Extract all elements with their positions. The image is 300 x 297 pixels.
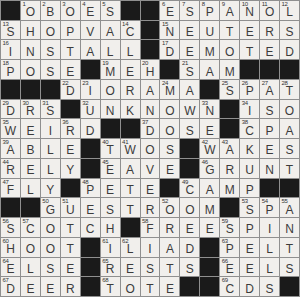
cell-r6c3[interactable]: 31S [41, 100, 60, 119]
cell-r9c2[interactable]: E [21, 159, 40, 178]
cell-r3c11[interactable]: M [200, 40, 219, 59]
cell-r6c8[interactable]: N [141, 100, 160, 119]
cell-letter: L [127, 243, 134, 255]
cell-r13c10[interactable]: D [180, 238, 199, 257]
black-cell-r7c12 [220, 119, 239, 138]
clue-number: 51 [62, 198, 68, 205]
cell-r12c8[interactable]: 58F [141, 218, 160, 237]
cell-r8c6[interactable]: 40T [101, 139, 120, 158]
cell-r4c11[interactable]: A [200, 60, 219, 79]
black-cell-r10c15 [280, 179, 299, 198]
cell-letter: M [205, 204, 215, 216]
cell-r5c6[interactable]: O [101, 80, 120, 99]
cell-r6c5[interactable]: 32U [81, 100, 100, 119]
cell-r6c11[interactable]: 33N [200, 100, 219, 119]
cell-r15c8[interactable]: T [141, 277, 160, 296]
cell-r7c4[interactable]: 36R [61, 119, 80, 138]
cell-r15c14[interactable]: S [260, 277, 279, 296]
clue-number: 28 [282, 80, 288, 87]
cell-r1c12[interactable]: 9A [220, 1, 239, 20]
cell-r9c8[interactable]: V [141, 159, 160, 178]
black-cell-r15c15 [280, 277, 299, 296]
cell-r14c7[interactable]: E [121, 258, 140, 277]
cell-r14c3[interactable]: S [41, 258, 60, 277]
cell-r11c14[interactable]: 54P [260, 198, 279, 217]
clue-number: 67 [3, 277, 9, 284]
cell-r11c6[interactable]: S [101, 198, 120, 217]
cell-letter: A [6, 144, 14, 156]
cell-r14c13[interactable]: E [240, 258, 259, 277]
cell-letter: I [268, 223, 271, 235]
cell-letter: R [6, 164, 15, 176]
black-cell-r1c8 [141, 1, 160, 20]
black-cell-r13c5 [81, 238, 100, 257]
cell-r9c9[interactable]: E [160, 159, 179, 178]
cell-r9c1[interactable]: 44R [1, 159, 20, 178]
cell-r3c15[interactable]: D [280, 40, 299, 59]
cell-r3c2[interactable]: N [21, 40, 40, 59]
cell-r15c3[interactable]: E [41, 277, 60, 296]
cell-r6c9[interactable]: O [160, 100, 179, 119]
cell-r13c4[interactable]: T [61, 238, 80, 257]
cell-letter: E [126, 263, 134, 275]
cell-letter: Y [66, 164, 74, 176]
cell-r9c14[interactable]: N [260, 159, 279, 178]
cell-r2c14[interactable]: R [260, 21, 279, 40]
cell-r8c4[interactable]: E [61, 139, 80, 158]
cell-r9c6[interactable]: 45E [101, 159, 120, 178]
cell-letter: E [166, 6, 174, 18]
cell-r10c11[interactable]: A [200, 179, 219, 198]
cell-r7c9[interactable]: O [160, 119, 179, 138]
black-cell-r14c11 [200, 258, 219, 277]
cell-r10c8[interactable]: E [141, 179, 160, 198]
cell-r2c15[interactable]: S [280, 21, 299, 40]
cell-r3c4[interactable]: T [61, 40, 80, 59]
cell-r7c15[interactable]: A [280, 119, 299, 138]
cell-r15c2[interactable]: E [21, 277, 40, 296]
cell-r13c7[interactable]: 62L [121, 238, 140, 257]
black-cell-r9c10 [180, 159, 199, 178]
cell-letter: E [6, 263, 14, 275]
cell-letter: W [5, 125, 16, 137]
cell-r2c2[interactable]: H [21, 21, 40, 40]
black-cell-r4c14 [260, 60, 279, 79]
cell-letter: S [226, 85, 234, 97]
cell-r11c11[interactable]: M [200, 198, 219, 217]
cell-r3c5[interactable]: A [81, 40, 100, 59]
cell-r5c8[interactable]: A [141, 80, 160, 99]
cell-letter: R [225, 164, 234, 176]
cell-letter: E [86, 204, 94, 216]
cell-r11c9[interactable]: 52O [160, 198, 179, 217]
cell-r13c9[interactable]: A [160, 238, 179, 257]
cell-r10c7[interactable]: T [121, 179, 140, 198]
cell-r13c3[interactable]: O [41, 238, 60, 257]
cell-letter: V [86, 26, 94, 38]
cell-r14c6[interactable]: 65R [101, 258, 120, 277]
cell-letter: D [166, 46, 175, 58]
clue-number: 33 [202, 100, 208, 107]
clue-number: 49 [182, 179, 188, 186]
cell-r12c11[interactable]: E [200, 218, 219, 237]
cell-letter: E [26, 125, 34, 137]
black-cell-r4c13 [240, 60, 259, 79]
cell-r5c7[interactable]: R [121, 80, 140, 99]
cell-r13c14[interactable]: L [260, 238, 279, 257]
cell-r4c2[interactable]: O [21, 60, 40, 79]
cell-r11c10[interactable]: O [180, 198, 199, 217]
cell-r11c7[interactable]: T [121, 198, 140, 217]
cell-letter: O [185, 204, 194, 216]
cell-r15c7[interactable]: O [121, 277, 140, 296]
cell-r14c4[interactable]: E [61, 258, 80, 277]
cell-r9c15[interactable]: T [280, 159, 299, 178]
cell-r10c6[interactable]: E [101, 179, 120, 198]
cell-letter: I [9, 46, 12, 58]
cell-r12c14[interactable]: I [260, 218, 279, 237]
clue-number: 6 [162, 1, 165, 8]
cell-r4c6[interactable]: 19M [101, 60, 120, 79]
cell-letter: A [286, 204, 294, 216]
cell-letter: N [245, 6, 254, 18]
clue-number: 20 [142, 60, 148, 67]
cell-letter: B [26, 144, 34, 156]
cell-letter: O [26, 6, 35, 18]
clue-number: 29 [3, 100, 9, 107]
cell-r5c15[interactable]: 28T [280, 80, 299, 99]
clue-number: 40 [102, 139, 108, 146]
cell-r3c14[interactable]: E [260, 40, 279, 59]
cell-letter: L [47, 144, 54, 156]
cell-r12c12[interactable]: 59S [220, 218, 239, 237]
cell-r7c5[interactable]: D [81, 119, 100, 138]
cell-r1c14[interactable]: 11O [260, 1, 279, 20]
cell-r12c10[interactable]: E [180, 218, 199, 237]
cell-r3c10[interactable]: E [180, 40, 199, 59]
cell-letter: E [66, 263, 74, 275]
cell-letter: E [206, 223, 214, 235]
cell-r2c9[interactable]: 15N [160, 21, 179, 40]
cell-r15c9[interactable]: E [160, 277, 179, 296]
clue-number: 17 [162, 40, 168, 47]
cell-r2c13[interactable]: E [240, 21, 259, 40]
clue-number: 46 [202, 159, 208, 166]
clue-number: 8 [202, 1, 205, 8]
cell-r2c3[interactable]: O [41, 21, 60, 40]
clue-number: 3 [62, 1, 65, 8]
cell-r8c13[interactable]: K [240, 139, 259, 158]
cell-r10c3[interactable]: Y [41, 179, 60, 198]
cell-r15c12[interactable]: 69C [220, 277, 239, 296]
cell-r15c6[interactable]: 68T [101, 277, 120, 296]
cell-letter: H [146, 66, 155, 78]
cell-r4c12[interactable]: M [220, 60, 239, 79]
cell-r7c3[interactable]: I [41, 119, 60, 138]
cell-letter: N [26, 46, 35, 58]
cell-r7c13[interactable]: 38C [240, 119, 259, 138]
cell-letter: S [186, 125, 194, 137]
cell-letter: P [246, 223, 254, 235]
cell-r12c4[interactable]: T [61, 218, 80, 237]
cell-r3c3[interactable]: S [41, 40, 60, 59]
cell-r1c9[interactable]: 6E [160, 1, 179, 20]
cell-r13c15[interactable]: T [280, 238, 299, 257]
cell-letter: P [66, 26, 74, 38]
cell-r10c2[interactable]: L [21, 179, 40, 198]
cell-r12c6[interactable]: H [101, 218, 120, 237]
cell-letter: D [6, 283, 15, 295]
cell-letter: T [246, 46, 253, 58]
cell-r1c10[interactable]: 7S [180, 1, 199, 20]
cell-r13c8[interactable]: I [141, 238, 160, 257]
cell-r8c8[interactable]: O [141, 139, 160, 158]
cell-letter: T [106, 283, 113, 295]
cell-r9c11[interactable]: 46G [200, 159, 219, 178]
cell-r7c1[interactable]: 35W [1, 119, 20, 138]
cell-r1c15[interactable]: 12L [280, 1, 299, 20]
cell-r2c6[interactable]: A [101, 21, 120, 40]
cell-r5c12[interactable]: 25S [220, 80, 239, 99]
cell-r8c11[interactable]: 42W [200, 139, 219, 158]
cell-r13c1[interactable]: 60H [1, 238, 20, 257]
cell-r13c13[interactable]: E [240, 238, 259, 257]
cell-r8c1[interactable]: 39A [1, 139, 20, 158]
clue-number: 30 [22, 100, 28, 107]
cell-r1c5[interactable]: 4E [81, 1, 100, 20]
cell-letter: C [26, 223, 35, 235]
cell-letter: M [165, 85, 175, 97]
cell-letter: I [248, 105, 251, 117]
cell-letter: L [286, 6, 293, 18]
cell-r14c15[interactable]: S [280, 258, 299, 277]
cell-letter: P [226, 243, 234, 255]
cell-letter: N [285, 223, 294, 235]
cell-r4c4[interactable]: E [61, 60, 80, 79]
black-cell-r4c9 [160, 60, 179, 79]
cell-r8c3[interactable]: L [41, 139, 60, 158]
cell-letter: U [86, 105, 95, 117]
cell-letter: S [286, 26, 294, 38]
cell-r3c1[interactable]: 16I [1, 40, 20, 59]
cell-r8c7[interactable]: 41W [121, 139, 140, 158]
cell-r12c5[interactable]: C [81, 218, 100, 237]
cell-letter: S [46, 105, 54, 117]
cell-letter: R [166, 223, 175, 235]
clue-number: 1 [22, 1, 25, 8]
cell-letter: D [186, 243, 195, 255]
cell-r11c5[interactable]: E [81, 198, 100, 217]
cell-r9c7[interactable]: A [121, 159, 140, 178]
cell-letter: S [226, 223, 234, 235]
cell-r4c10[interactable]: 21S [180, 60, 199, 79]
cell-r8c15[interactable]: S [280, 139, 299, 158]
cell-letter: I [49, 125, 52, 137]
cell-r1c2[interactable]: 1O [21, 1, 40, 20]
crossword-board: 1O2B3O4E5S6E7S8P9A10N11O12L13SHOPVA14C15… [0, 0, 300, 297]
black-cell-r9c5 [81, 159, 100, 178]
cell-letter: P [246, 85, 254, 97]
cell-r2c5[interactable]: V [81, 21, 100, 40]
cell-r11c3[interactable]: 50G [41, 198, 60, 217]
cell-letter: P [6, 66, 14, 78]
cell-r1c3[interactable]: 2B [41, 1, 60, 20]
cell-r12c15[interactable]: N [280, 218, 299, 237]
cell-r12c13[interactable]: P [240, 218, 259, 237]
cell-r4c8[interactable]: 20H [141, 60, 160, 79]
cell-r11c13[interactable]: 53S [240, 198, 259, 217]
cell-r11c8[interactable]: R [141, 198, 160, 217]
cell-r6c1[interactable]: 29D [1, 100, 20, 119]
cell-letter: F [7, 184, 14, 196]
clue-number: 5 [102, 1, 105, 8]
clue-number: 68 [102, 277, 108, 284]
clue-number: 24 [162, 80, 168, 87]
cell-r8c14[interactable]: E [260, 139, 279, 158]
cell-r12c9[interactable]: R [160, 218, 179, 237]
cell-r7c11[interactable]: E [200, 119, 219, 138]
cell-r5c14[interactable]: 27A [260, 80, 279, 99]
cell-r13c2[interactable]: O [21, 238, 40, 257]
black-cell-r7c7 [121, 119, 140, 138]
clue-number: 18 [3, 60, 9, 67]
cell-r7c8[interactable]: 37D [141, 119, 160, 138]
cell-letter: A [186, 85, 194, 97]
cell-r15c13[interactable]: D [240, 277, 259, 296]
cell-r14c12[interactable]: 66E [220, 258, 239, 277]
cell-r13c12[interactable]: 63P [220, 238, 239, 257]
cell-r1c4[interactable]: 3O [61, 1, 80, 20]
cell-r8c9[interactable]: S [160, 139, 179, 158]
cell-letter: O [66, 6, 75, 18]
cell-letter: D [66, 85, 75, 97]
cell-r1c13[interactable]: 10N [240, 1, 259, 20]
clue-number: 37 [142, 119, 148, 126]
cell-r5c9[interactable]: 24M [160, 80, 179, 99]
cell-r14c2[interactable]: L [21, 258, 40, 277]
cell-r14c10[interactable]: S [180, 258, 199, 277]
cell-r11c15[interactable]: 55A [280, 198, 299, 217]
cell-letter: E [226, 263, 234, 275]
cell-letter: A [126, 164, 134, 176]
cell-r11c4[interactable]: 51U [61, 198, 80, 217]
cell-r9c4[interactable]: Y [61, 159, 80, 178]
cell-letter: R [26, 105, 35, 117]
clue-number: 64 [3, 258, 9, 265]
cell-r7c10[interactable]: S [180, 119, 199, 138]
cell-r13c6[interactable]: 61I [101, 238, 120, 257]
clue-number: 12 [282, 1, 288, 8]
cell-r6c14[interactable]: S [260, 100, 279, 119]
cell-letter: A [106, 26, 114, 38]
cell-letter: R [106, 263, 115, 275]
cell-r12c2[interactable]: 57C [21, 218, 40, 237]
cell-r6c2[interactable]: 30R [21, 100, 40, 119]
cell-r14c1[interactable]: 64E [1, 258, 20, 277]
black-cell-r8c10 [180, 139, 199, 158]
cell-r9c3[interactable]: L [41, 159, 60, 178]
cell-r8c12[interactable]: 43A [220, 139, 239, 158]
cell-r3c13[interactable]: T [240, 40, 259, 59]
cell-letter: D [285, 46, 294, 58]
black-cell-r2c8 [141, 21, 160, 40]
cell-r14c14[interactable]: L [260, 258, 279, 277]
cell-letter: O [46, 26, 55, 38]
cell-r14c9[interactable]: T [160, 258, 179, 277]
cell-letter: O [165, 105, 174, 117]
cell-r3c6[interactable]: L [101, 40, 120, 59]
cell-r8c2[interactable]: B [21, 139, 40, 158]
cell-r5c10[interactable]: A [180, 80, 199, 99]
cell-r6c15[interactable]: O [280, 100, 299, 119]
cell-r10c10[interactable]: 49C [180, 179, 199, 198]
cell-r4c7[interactable]: E [121, 60, 140, 79]
cell-letter: M [205, 46, 215, 58]
cell-r10c12[interactable]: M [220, 179, 239, 198]
cell-r15c1[interactable]: 67D [1, 277, 20, 296]
cell-letter: S [266, 283, 274, 295]
cell-letter: B [46, 6, 54, 18]
cell-letter: S [266, 105, 274, 117]
cell-r5c5[interactable]: 23I [81, 80, 100, 99]
clue-number: 55 [282, 198, 288, 205]
cell-r7c2[interactable]: E [21, 119, 40, 138]
cell-r5c13[interactable]: 26P [240, 80, 259, 99]
cell-letter: E [146, 184, 154, 196]
cell-r12c3[interactable]: O [41, 218, 60, 237]
cell-r1c6[interactable]: 5S [101, 1, 120, 20]
clue-number: 35 [3, 119, 9, 126]
cell-r5c4[interactable]: 22D [61, 80, 80, 99]
cell-r12c1[interactable]: 56S [1, 218, 20, 237]
cell-r3c9[interactable]: 17D [160, 40, 179, 59]
cell-r4c3[interactable]: S [41, 60, 60, 79]
cell-r4c1[interactable]: 18P [1, 60, 20, 79]
cell-r3c12[interactable]: O [220, 40, 239, 59]
cell-r7c14[interactable]: P [260, 119, 279, 138]
cell-r6c10[interactable]: W [180, 100, 199, 119]
cell-r3c7[interactable]: L [121, 40, 140, 59]
cell-r15c4[interactable]: R [61, 277, 80, 296]
black-cell-r6c12 [220, 100, 239, 119]
cell-r10c5[interactable]: 48P [81, 179, 100, 198]
black-cell-r15c11 [200, 277, 219, 296]
cell-r2c1[interactable]: 13S [1, 21, 20, 40]
cell-r2c12[interactable]: T [220, 21, 239, 40]
cell-letter: D [86, 125, 95, 137]
cell-r6c6[interactable]: N [101, 100, 120, 119]
clue-number: 25 [222, 80, 228, 87]
clue-number: 27 [262, 80, 268, 87]
cell-r9c13[interactable]: U [240, 159, 259, 178]
cell-r6c13[interactable]: 34I [240, 100, 259, 119]
cell-r14c8[interactable]: S [141, 258, 160, 277]
cell-r6c7[interactable]: K [121, 100, 140, 119]
clue-number: 32 [82, 100, 88, 107]
clue-number: 62 [122, 238, 128, 245]
cell-r10c1[interactable]: 47F [1, 179, 20, 198]
clue-number: 53 [242, 198, 248, 205]
cell-letter: T [126, 204, 133, 216]
cell-r2c7[interactable]: 14C [121, 21, 140, 40]
cell-r1c11[interactable]: 8P [200, 1, 219, 20]
cell-r2c4[interactable]: P [61, 21, 80, 40]
cell-letter: T [67, 243, 74, 255]
cell-r9c12[interactable]: R [220, 159, 239, 178]
cell-r10c13[interactable]: P [240, 179, 259, 198]
cell-r2c11[interactable]: U [200, 21, 219, 40]
cell-r2c10[interactable]: E [180, 21, 199, 40]
